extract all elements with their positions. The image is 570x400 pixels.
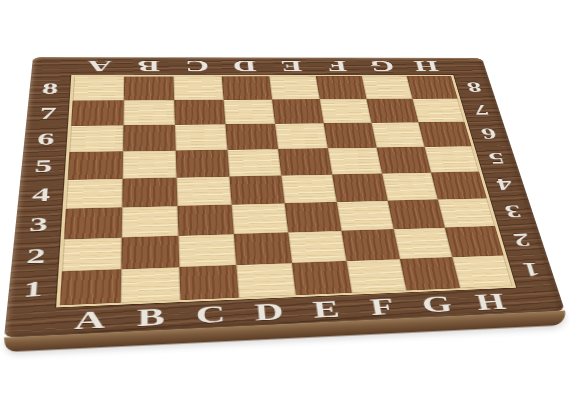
square-e6[interactable] [275,123,328,149]
file-label-top-g: G [358,58,407,75]
rank-label-left-3: 3 [14,209,63,241]
square-d4[interactable] [229,176,284,205]
rank-label-left-4: 4 [17,180,64,210]
square-f7[interactable] [320,99,372,123]
square-b8[interactable] [124,76,174,100]
file-label-top-h: H [402,58,451,75]
square-f8[interactable] [316,76,367,99]
square-c6[interactable] [175,124,227,150]
square-b4[interactable] [122,178,177,208]
file-label-top-e: E [267,58,316,76]
file-label-top-c: C [173,57,222,75]
square-f2[interactable] [341,229,399,261]
square-d8[interactable] [222,76,272,99]
square-a7[interactable] [71,100,124,125]
square-h6[interactable] [418,122,471,147]
square-a4[interactable] [66,179,123,209]
square-h2[interactable] [445,226,504,257]
square-g8[interactable] [362,76,413,99]
square-h3[interactable] [438,198,495,227]
rank-label-right-8: 8 [454,76,496,98]
file-label-bottom-c: C [180,300,241,330]
rank-label-left-6: 6 [23,126,68,153]
square-d7[interactable] [224,100,275,125]
rank-label-right-6: 6 [467,121,511,146]
rank-label-right-5: 5 [474,146,519,172]
file-label-bottom-e: E [296,295,356,324]
chess-board: ABCDEFGH ABCDEFGH 87654321 87654321 [4,57,565,338]
square-d1[interactable] [236,263,296,298]
square-a6[interactable] [69,125,123,152]
file-label-top-b: B [124,57,173,75]
square-f5[interactable] [328,148,382,175]
square-a2[interactable] [62,238,122,272]
square-e1[interactable] [292,261,352,295]
square-h5[interactable] [425,146,480,172]
square-d3[interactable] [232,203,289,234]
square-b7[interactable] [123,100,174,125]
rank-label-left-2: 2 [11,239,61,273]
square-e4[interactable] [281,175,336,204]
square-g5[interactable] [377,147,431,174]
square-b5[interactable] [123,151,177,179]
file-label-bottom-b: B [120,302,181,332]
square-g2[interactable] [394,228,453,259]
square-c4[interactable] [177,177,232,206]
file-labels-top: ABCDEFGH [74,57,451,75]
rank-label-left-7: 7 [26,101,70,127]
square-h8[interactable] [407,76,458,99]
square-a5[interactable] [68,151,123,179]
square-h7[interactable] [412,98,464,122]
square-e2[interactable] [288,231,346,263]
square-g3[interactable] [388,199,445,229]
square-h4[interactable] [431,172,487,200]
rank-label-left-1: 1 [7,272,58,308]
square-c5[interactable] [176,150,230,178]
file-label-bottom-a: A [58,305,121,336]
square-c2[interactable] [178,234,236,267]
square-b1[interactable] [121,267,181,303]
rank-label-left-5: 5 [20,152,66,181]
product-photo-scene: ABCDEFGH ABCDEFGH 87654321 87654321 [0,0,570,400]
square-c1[interactable] [179,265,238,300]
square-f3[interactable] [337,201,394,231]
square-b2[interactable] [121,236,179,269]
square-a1[interactable] [60,269,121,305]
file-label-top-f: F [313,58,362,75]
square-b6[interactable] [123,125,176,152]
square-e7[interactable] [272,99,324,123]
square-c7[interactable] [174,100,225,125]
square-g7[interactable] [366,99,418,123]
playing-area [56,75,516,308]
rank-label-left-8: 8 [28,77,71,101]
square-h1[interactable] [452,255,512,288]
square-e5[interactable] [278,148,332,175]
square-d2[interactable] [234,232,292,265]
square-a8[interactable] [73,77,125,101]
square-f1[interactable] [347,259,407,293]
square-g6[interactable] [371,122,424,147]
square-e8[interactable] [269,76,319,99]
file-label-top-d: D [220,57,269,75]
board-grid [60,76,513,305]
square-e3[interactable] [285,202,342,232]
square-f6[interactable] [324,123,377,149]
file-label-bottom-g: G [407,290,467,318]
square-g1[interactable] [400,257,460,290]
square-b3[interactable] [122,206,179,238]
square-c8[interactable] [173,76,223,100]
square-d5[interactable] [227,149,281,177]
file-label-bottom-h: H [461,288,521,316]
file-label-bottom-d: D [239,297,299,326]
square-a3[interactable] [64,207,122,239]
square-d6[interactable] [225,124,278,150]
square-c3[interactable] [177,205,233,236]
file-label-bottom-f: F [352,292,412,321]
file-label-top-a: A [74,57,124,75]
square-f4[interactable] [332,174,388,202]
rank-label-right-7: 7 [460,98,503,122]
square-g4[interactable] [382,173,438,201]
